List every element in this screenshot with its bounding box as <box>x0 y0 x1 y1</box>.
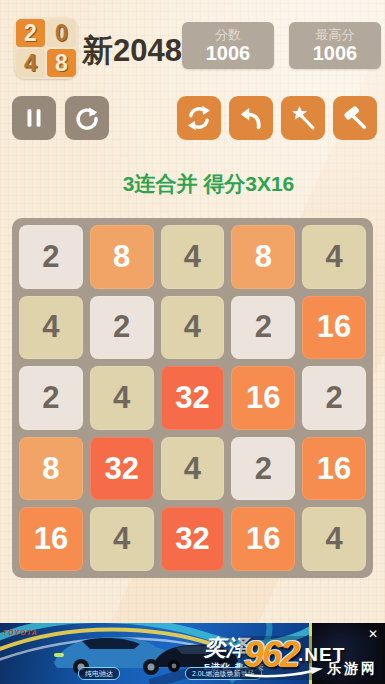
tile-2: 2 <box>19 225 83 289</box>
tile-8: 8 <box>19 437 83 501</box>
tile-32: 32 <box>90 437 154 501</box>
tile-16: 16 <box>231 366 295 430</box>
page-title: 新2048 <box>82 30 182 72</box>
game-screen: 2 0 4 8 新2048 分数 1006 最高分 1006 <box>0 0 385 684</box>
tile-8: 8 <box>231 225 295 289</box>
tile-16: 16 <box>302 296 366 360</box>
tile-32: 32 <box>161 366 225 430</box>
best-score-value: 1006 <box>313 42 358 64</box>
tile-2: 2 <box>19 366 83 430</box>
undo-icon <box>237 104 265 132</box>
tile-4: 4 <box>19 296 83 360</box>
magic-wand-icon <box>289 104 317 132</box>
magic-wand-button[interactable] <box>281 96 325 140</box>
logo-tile: 2 <box>16 19 45 47</box>
hammer-icon <box>341 104 369 132</box>
tile-32: 32 <box>161 507 225 571</box>
score-label: 分数 <box>215 27 241 42</box>
tile-2: 2 <box>90 296 154 360</box>
pause-button[interactable] <box>12 96 56 140</box>
tile-4: 4 <box>302 507 366 571</box>
best-score-label: 最高分 <box>316 27 355 42</box>
app-logo-2048: 2 0 4 8 <box>14 17 78 79</box>
best-score-box: 最高分 1006 <box>289 22 381 69</box>
tile-4: 4 <box>161 296 225 360</box>
tile-2: 2 <box>231 296 295 360</box>
restart-button[interactable] <box>65 96 109 140</box>
tile-16: 16 <box>231 507 295 571</box>
tile-2: 2 <box>231 437 295 501</box>
ad-brand-logo: TOYOTA <box>3 629 38 636</box>
watermark-962net: 962 .NET 乐游网 <box>240 636 382 680</box>
logo-tile: 4 <box>16 49 45 77</box>
tile-4: 4 <box>90 507 154 571</box>
tile-8: 8 <box>90 225 154 289</box>
tile-16: 16 <box>302 437 366 501</box>
pause-icon <box>21 105 47 131</box>
restart-icon <box>74 105 101 132</box>
logo-tile: 0 <box>47 19 76 47</box>
board[interactable]: 284844242162432162832421616432164 <box>12 218 373 578</box>
tile-2: 2 <box>302 366 366 430</box>
watermark-swoosh-icon <box>244 666 324 678</box>
hammer-button[interactable] <box>333 96 377 140</box>
undo-button[interactable] <box>229 96 273 140</box>
tile-4: 4 <box>161 225 225 289</box>
logo-tile: 8 <box>47 49 76 77</box>
watermark-sitename: 乐游网 <box>327 660 378 678</box>
ad-close-button[interactable]: ✕ <box>366 627 380 641</box>
swap-icon <box>185 104 213 132</box>
combo-message: 3连合并 得分3X16 <box>16 170 385 198</box>
swap-tiles-button[interactable] <box>177 96 221 140</box>
tile-4: 4 <box>302 225 366 289</box>
ad-badge-ev: 纯电驰达 <box>78 667 120 680</box>
tile-4: 4 <box>90 366 154 430</box>
score-value: 1006 <box>206 42 251 64</box>
ad-banner[interactable]: TOYOTA 奕泽 E进化 趣未来 纯电驰达 2.0L燃油版焕新登场 <box>0 623 385 684</box>
tile-4: 4 <box>161 437 225 501</box>
tile-16: 16 <box>19 507 83 571</box>
score-box: 分数 1006 <box>182 22 274 69</box>
